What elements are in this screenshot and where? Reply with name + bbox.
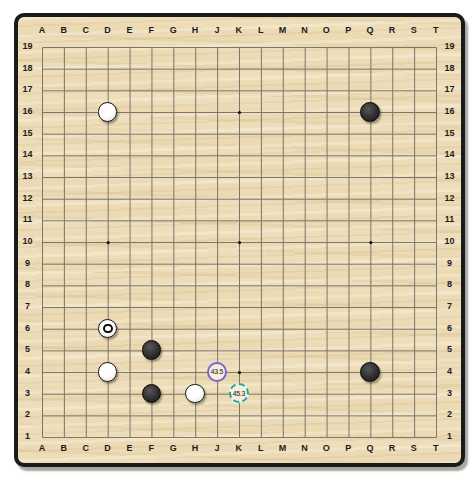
black-stone — [142, 340, 162, 360]
black-stone — [142, 384, 162, 404]
analysis-suggestion-dashed-circle[interactable]: 45.3 — [229, 383, 249, 403]
black-stone — [360, 362, 380, 382]
white-stone — [98, 362, 118, 382]
screenshot-root: { "game": "go", "board": { "size": 19, "… — [0, 0, 476, 478]
last-move-circle-marker — [103, 324, 113, 334]
go-board-frame: ABCDEFGHJKLMNOPQRST ABCDEFGHJKLMNOPQRST … — [14, 13, 465, 467]
white-stone — [98, 319, 118, 339]
analysis-suggestion-solid-circle[interactable]: 43.5 — [207, 362, 227, 382]
white-stone — [185, 384, 205, 404]
white-stone — [98, 102, 118, 122]
black-stone — [360, 102, 380, 122]
board-grid[interactable]: 43.545.3 — [31, 36, 447, 447]
